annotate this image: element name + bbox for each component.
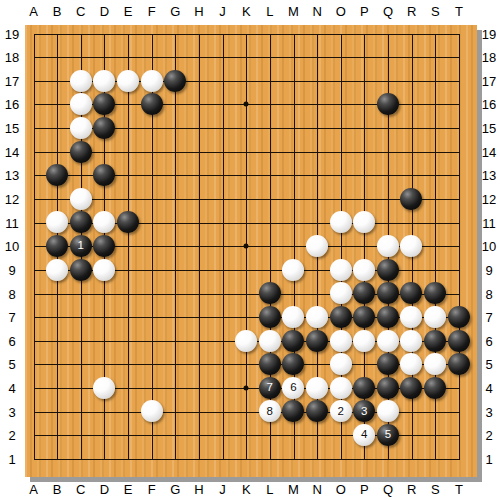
stone-white-N10: [306, 235, 328, 257]
stone-black-S8: [424, 282, 446, 304]
coord-left-4: 4: [8, 381, 15, 396]
stone-black-L7: [259, 306, 281, 328]
coord-top-G: G: [170, 4, 180, 19]
coord-right-5: 5: [485, 357, 492, 372]
stone-white-F17: [141, 70, 163, 92]
coord-top-C: C: [76, 4, 85, 19]
coord-right-17: 17: [482, 73, 496, 88]
coord-right-18: 18: [482, 50, 496, 65]
stone-white-Q3: [377, 400, 399, 422]
coord-bottom-B: B: [53, 482, 62, 497]
coord-top-A: A: [29, 4, 38, 19]
stone-white-E17: [117, 70, 139, 92]
coord-left-8: 8: [8, 286, 15, 301]
stone-black-D15: [93, 117, 115, 139]
stone-white-R7: [400, 306, 422, 328]
stone-black-Q4: [377, 377, 399, 399]
stone-white-N4: [306, 377, 328, 399]
coord-top-O: O: [336, 4, 346, 19]
stone-white-P2: 4: [353, 424, 375, 446]
stone-black-Q16: [377, 93, 399, 115]
stone-black-P7: [353, 306, 375, 328]
stones-layer: 17682345: [22, 22, 471, 471]
stone-white-M4: 6: [282, 377, 304, 399]
coord-bottom-F: F: [148, 482, 156, 497]
coord-bottom-A: A: [29, 482, 38, 497]
stone-black-R8: [400, 282, 422, 304]
stone-black-L8: [259, 282, 281, 304]
stone-white-L6: [259, 330, 281, 352]
coord-right-12: 12: [482, 191, 496, 206]
coord-top-M: M: [288, 4, 299, 19]
stone-white-M9: [282, 259, 304, 281]
stone-black-M6: [282, 330, 304, 352]
stone-white-F3: [141, 400, 163, 422]
coord-top-D: D: [100, 4, 109, 19]
coord-left-11: 11: [5, 215, 19, 230]
stone-white-L3: 8: [259, 400, 281, 422]
coord-left-7: 7: [8, 310, 15, 325]
coord-top-P: P: [360, 4, 369, 19]
coord-bottom-L: L: [266, 482, 273, 497]
stone-black-B13: [46, 164, 68, 186]
stone-white-K6: [235, 330, 257, 352]
coord-bottom-P: P: [360, 482, 369, 497]
coord-left-17: 17: [5, 73, 19, 88]
coord-bottom-J: J: [219, 482, 226, 497]
stone-black-O7: [330, 306, 352, 328]
coord-top-T: T: [455, 4, 463, 19]
coord-left-13: 13: [5, 168, 19, 183]
coord-bottom-K: K: [242, 482, 251, 497]
stone-black-S4: [424, 377, 446, 399]
stone-black-F16: [141, 93, 163, 115]
stone-white-O4: [330, 377, 352, 399]
stone-white-N7: [306, 306, 328, 328]
stone-white-C16: [70, 93, 92, 115]
stone-white-O5: [330, 353, 352, 375]
stone-white-S7: [424, 306, 446, 328]
coord-left-19: 19: [5, 26, 19, 41]
coord-bottom-S: S: [431, 482, 440, 497]
stone-black-L5: [259, 353, 281, 375]
coord-bottom-H: H: [194, 482, 203, 497]
go-board-screenshot: 17682345 AABBCCDDEEFFGGHHJJKKLLMMNNOOPPQ…: [0, 0, 500, 500]
coord-bottom-N: N: [312, 482, 321, 497]
stone-white-R5: [400, 353, 422, 375]
stone-black-R4: [400, 377, 422, 399]
stone-black-M5: [282, 353, 304, 375]
coord-right-3: 3: [485, 404, 492, 419]
coord-bottom-C: C: [76, 482, 85, 497]
move-number-label: 2: [337, 406, 343, 418]
coord-right-2: 2: [485, 428, 492, 443]
coord-top-F: F: [148, 4, 156, 19]
move-number-label: 6: [290, 382, 296, 394]
coord-top-H: H: [194, 4, 203, 19]
coord-bottom-D: D: [100, 482, 109, 497]
coord-left-9: 9: [8, 262, 15, 277]
move-number-label: 5: [385, 429, 391, 441]
stone-black-C11: [70, 211, 92, 233]
stone-white-Q10: [377, 235, 399, 257]
stone-white-C17: [70, 70, 92, 92]
move-number-label: 4: [361, 429, 367, 441]
stone-white-O8: [330, 282, 352, 304]
coord-right-7: 7: [485, 310, 492, 325]
stone-black-Q2: 5: [377, 424, 399, 446]
stone-black-R12: [400, 188, 422, 210]
stone-white-S5: [424, 353, 446, 375]
coord-top-L: L: [266, 4, 273, 19]
move-number-label: 3: [361, 406, 367, 418]
coord-left-18: 18: [5, 50, 19, 65]
stone-white-D4: [93, 377, 115, 399]
coord-bottom-O: O: [336, 482, 346, 497]
stone-black-L4: 7: [259, 377, 281, 399]
coord-bottom-Q: Q: [383, 482, 393, 497]
coord-top-R: R: [407, 4, 416, 19]
stone-black-C9: [70, 259, 92, 281]
coord-top-S: S: [431, 4, 440, 19]
coord-left-5: 5: [8, 357, 15, 372]
coord-bottom-M: M: [288, 482, 299, 497]
move-number-label: 8: [267, 406, 273, 418]
stone-black-C10: 1: [70, 235, 92, 257]
coord-left-6: 6: [8, 333, 15, 348]
coord-right-10: 10: [482, 239, 496, 254]
coord-right-9: 9: [485, 262, 492, 277]
coord-bottom-G: G: [170, 482, 180, 497]
coord-right-11: 11: [482, 215, 496, 230]
coord-left-2: 2: [8, 428, 15, 443]
stone-black-Q5: [377, 353, 399, 375]
stone-white-R10: [400, 235, 422, 257]
coord-top-K: K: [242, 4, 251, 19]
stone-white-C12: [70, 188, 92, 210]
stone-white-D11: [93, 211, 115, 233]
stone-black-N3: [306, 400, 328, 422]
coord-top-E: E: [124, 4, 133, 19]
stone-white-D17: [93, 70, 115, 92]
coord-right-4: 4: [485, 381, 492, 396]
stone-black-P4: [353, 377, 375, 399]
coord-bottom-R: R: [407, 482, 416, 497]
stone-black-T6: [448, 330, 470, 352]
coord-top-Q: Q: [383, 4, 393, 19]
stone-black-G17: [164, 70, 186, 92]
stone-black-T5: [448, 353, 470, 375]
stone-black-C14: [70, 141, 92, 163]
coord-right-1: 1: [485, 452, 492, 467]
stone-black-D10: [93, 235, 115, 257]
coord-left-10: 10: [5, 239, 19, 254]
stone-black-N6: [306, 330, 328, 352]
coord-left-1: 1: [8, 452, 15, 467]
coord-right-14: 14: [482, 144, 496, 159]
stone-white-O6: [330, 330, 352, 352]
stone-white-M7: [282, 306, 304, 328]
stone-white-B9: [46, 259, 68, 281]
stone-black-Q8: [377, 282, 399, 304]
stone-black-S6: [424, 330, 446, 352]
coord-left-14: 14: [5, 144, 19, 159]
stone-white-C15: [70, 117, 92, 139]
coord-bottom-T: T: [455, 482, 463, 497]
coord-right-19: 19: [482, 26, 496, 41]
coord-left-15: 15: [5, 121, 19, 136]
stone-white-O11: [330, 211, 352, 233]
stone-white-P6: [353, 330, 375, 352]
stone-black-M3: [282, 400, 304, 422]
stone-white-D9: [93, 259, 115, 281]
coord-right-15: 15: [482, 121, 496, 136]
move-number-label: 7: [267, 382, 273, 394]
stone-black-E11: [117, 211, 139, 233]
coord-left-3: 3: [8, 404, 15, 419]
coord-right-6: 6: [485, 333, 492, 348]
stone-white-O3: 2: [330, 400, 352, 422]
stone-white-P11: [353, 211, 375, 233]
coord-right-16: 16: [482, 97, 496, 112]
stone-black-Q9: [377, 259, 399, 281]
coord-top-J: J: [219, 4, 226, 19]
stone-black-D13: [93, 164, 115, 186]
coord-left-12: 12: [5, 191, 19, 206]
stone-black-P8: [353, 282, 375, 304]
coord-right-13: 13: [482, 168, 496, 183]
stone-white-P9: [353, 259, 375, 281]
stone-white-B11: [46, 211, 68, 233]
coord-right-8: 8: [485, 286, 492, 301]
move-number-label: 1: [78, 240, 84, 252]
coord-bottom-E: E: [124, 482, 133, 497]
coord-left-16: 16: [5, 97, 19, 112]
coord-top-B: B: [53, 4, 62, 19]
stone-black-B10: [46, 235, 68, 257]
stone-white-O9: [330, 259, 352, 281]
stone-black-Q7: [377, 306, 399, 328]
stone-black-T7: [448, 306, 470, 328]
stone-black-D16: [93, 93, 115, 115]
stone-white-Q6: [377, 330, 399, 352]
coord-top-N: N: [312, 4, 321, 19]
stone-black-P3: 3: [353, 400, 375, 422]
stone-white-R6: [400, 330, 422, 352]
